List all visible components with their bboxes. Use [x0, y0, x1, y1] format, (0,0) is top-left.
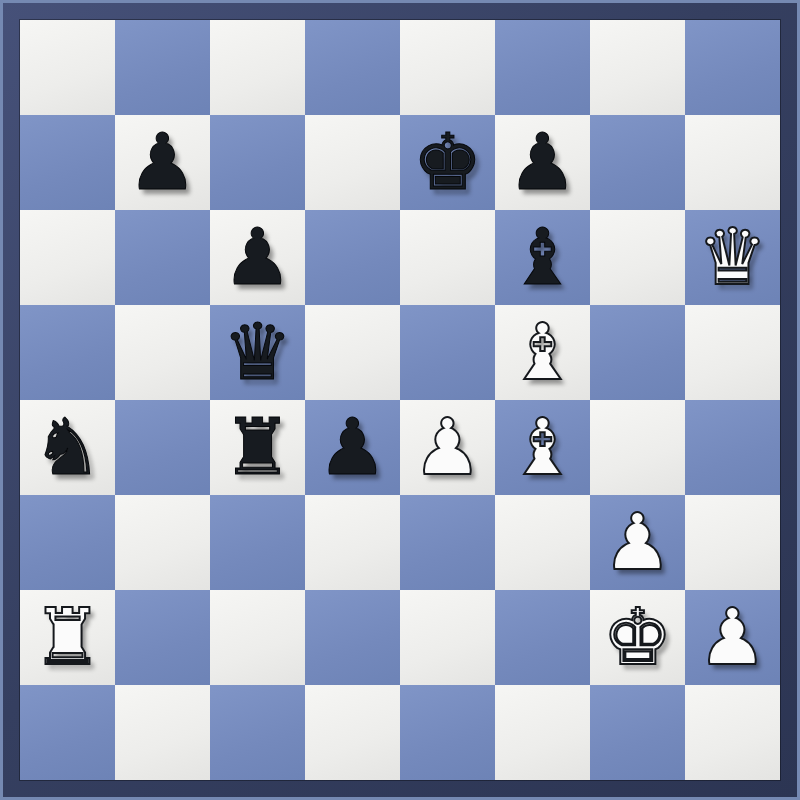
- square-f1[interactable]: [495, 685, 590, 780]
- square-e4[interactable]: ♟: [400, 400, 495, 495]
- square-e5[interactable]: [400, 305, 495, 400]
- square-b3[interactable]: [115, 495, 210, 590]
- white-rook[interactable]: ♜: [20, 590, 115, 685]
- white-bishop[interactable]: ♝: [495, 305, 590, 400]
- square-h4[interactable]: [685, 400, 780, 495]
- square-d8[interactable]: [305, 20, 400, 115]
- black-pawn[interactable]: ♟: [115, 115, 210, 210]
- black-knight[interactable]: ♞: [20, 400, 115, 495]
- square-c3[interactable]: [210, 495, 305, 590]
- square-e8[interactable]: [400, 20, 495, 115]
- square-a6[interactable]: [20, 210, 115, 305]
- square-g2[interactable]: ♚: [590, 590, 685, 685]
- black-pawn[interactable]: ♟: [210, 210, 305, 305]
- square-b7[interactable]: ♟: [115, 115, 210, 210]
- square-g3[interactable]: ♟: [590, 495, 685, 590]
- square-e1[interactable]: [400, 685, 495, 780]
- black-bishop[interactable]: ♝: [495, 210, 590, 305]
- square-b8[interactable]: [115, 20, 210, 115]
- square-h3[interactable]: [685, 495, 780, 590]
- square-d6[interactable]: [305, 210, 400, 305]
- square-e3[interactable]: [400, 495, 495, 590]
- black-king[interactable]: ♚: [400, 115, 495, 210]
- square-c4[interactable]: ♜: [210, 400, 305, 495]
- square-h5[interactable]: [685, 305, 780, 400]
- square-a4[interactable]: ♞: [20, 400, 115, 495]
- square-f8[interactable]: [495, 20, 590, 115]
- square-c7[interactable]: [210, 115, 305, 210]
- square-f5[interactable]: ♝: [495, 305, 590, 400]
- square-g6[interactable]: [590, 210, 685, 305]
- white-pawn[interactable]: ♟: [590, 495, 685, 590]
- white-bishop[interactable]: ♝: [495, 400, 590, 495]
- square-a5[interactable]: [20, 305, 115, 400]
- square-c2[interactable]: [210, 590, 305, 685]
- square-f7[interactable]: ♟: [495, 115, 590, 210]
- square-g1[interactable]: [590, 685, 685, 780]
- square-e2[interactable]: [400, 590, 495, 685]
- black-queen[interactable]: ♛: [210, 305, 305, 400]
- square-d1[interactable]: [305, 685, 400, 780]
- square-f2[interactable]: [495, 590, 590, 685]
- square-b6[interactable]: [115, 210, 210, 305]
- square-g4[interactable]: [590, 400, 685, 495]
- square-b2[interactable]: [115, 590, 210, 685]
- square-c5[interactable]: ♛: [210, 305, 305, 400]
- square-a1[interactable]: [20, 685, 115, 780]
- square-c1[interactable]: [210, 685, 305, 780]
- square-d5[interactable]: [305, 305, 400, 400]
- square-d4[interactable]: ♟: [305, 400, 400, 495]
- square-g7[interactable]: [590, 115, 685, 210]
- square-b4[interactable]: [115, 400, 210, 495]
- black-rook[interactable]: ♜: [210, 400, 305, 495]
- white-queen[interactable]: ♛: [685, 210, 780, 305]
- square-e7[interactable]: ♚: [400, 115, 495, 210]
- chess-board: ♟♚♟♟♝♛♛♝♞♜♟♟♝♟♜♚♟: [20, 20, 780, 780]
- square-g8[interactable]: [590, 20, 685, 115]
- black-pawn[interactable]: ♟: [305, 400, 400, 495]
- square-f4[interactable]: ♝: [495, 400, 590, 495]
- square-a7[interactable]: [20, 115, 115, 210]
- square-h1[interactable]: [685, 685, 780, 780]
- square-e6[interactable]: [400, 210, 495, 305]
- square-c6[interactable]: ♟: [210, 210, 305, 305]
- square-d3[interactable]: [305, 495, 400, 590]
- black-pawn[interactable]: ♟: [495, 115, 590, 210]
- white-king[interactable]: ♚: [590, 590, 685, 685]
- white-pawn[interactable]: ♟: [400, 400, 495, 495]
- square-d2[interactable]: [305, 590, 400, 685]
- square-a2[interactable]: ♜: [20, 590, 115, 685]
- square-h8[interactable]: [685, 20, 780, 115]
- square-c8[interactable]: [210, 20, 305, 115]
- square-g5[interactable]: [590, 305, 685, 400]
- white-pawn[interactable]: ♟: [685, 590, 780, 685]
- square-a3[interactable]: [20, 495, 115, 590]
- square-b5[interactable]: [115, 305, 210, 400]
- board-frame: ♟♚♟♟♝♛♛♝♞♜♟♟♝♟♜♚♟: [0, 0, 800, 800]
- square-h7[interactable]: [685, 115, 780, 210]
- square-h2[interactable]: ♟: [685, 590, 780, 685]
- square-d7[interactable]: [305, 115, 400, 210]
- square-h6[interactable]: ♛: [685, 210, 780, 305]
- square-b1[interactable]: [115, 685, 210, 780]
- square-a8[interactable]: [20, 20, 115, 115]
- square-f3[interactable]: [495, 495, 590, 590]
- square-f6[interactable]: ♝: [495, 210, 590, 305]
